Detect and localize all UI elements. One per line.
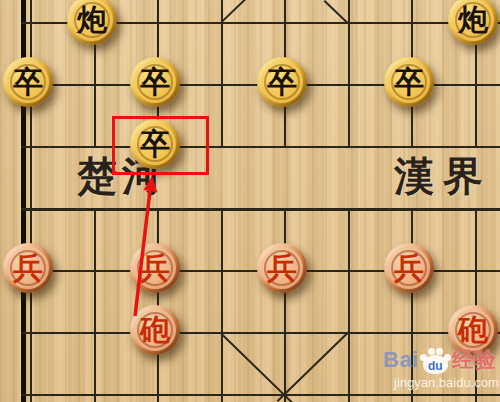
piece-red-cannon[interactable]: 砲 xyxy=(130,305,180,355)
watermark-brand-row: Bai du 经验 xyxy=(383,345,499,374)
piece-black-soldier[interactable]: 卒 xyxy=(130,57,180,107)
piece-red-soldier[interactable]: 兵 xyxy=(130,243,180,293)
piece-black-cannon[interactable]: 炮 xyxy=(448,0,498,45)
piece-black-cannon[interactable]: 炮 xyxy=(67,0,117,45)
piece-red-soldier[interactable]: 兵 xyxy=(257,243,307,293)
baidu-jingyan-watermark: Bai du 经验 jingyan.baidu.com xyxy=(383,345,499,390)
piece-black-soldier[interactable]: 卒 xyxy=(384,57,434,107)
watermark-jingyan-text: 经验 xyxy=(452,345,496,375)
watermark-bai-text: Bai xyxy=(383,347,419,373)
piece-black-soldier[interactable]: 卒 xyxy=(257,57,307,107)
pieces-layer: 炮炮卒卒卒卒卒兵兵兵兵砲砲 xyxy=(0,0,500,402)
highlight-rectangle xyxy=(112,116,209,175)
piece-black-soldier[interactable]: 卒 xyxy=(3,57,53,107)
baidu-paw-icon: du xyxy=(420,346,451,374)
piece-red-soldier[interactable]: 兵 xyxy=(384,243,434,293)
watermark-du-text: du xyxy=(423,359,448,373)
xiangqi-board: 楚河 漢界 炮炮卒卒卒卒卒兵兵兵兵砲砲 Bai du 经验 jingyan.ba… xyxy=(0,0,500,402)
watermark-url: jingyan.baidu.com xyxy=(383,375,499,390)
piece-red-soldier[interactable]: 兵 xyxy=(3,243,53,293)
